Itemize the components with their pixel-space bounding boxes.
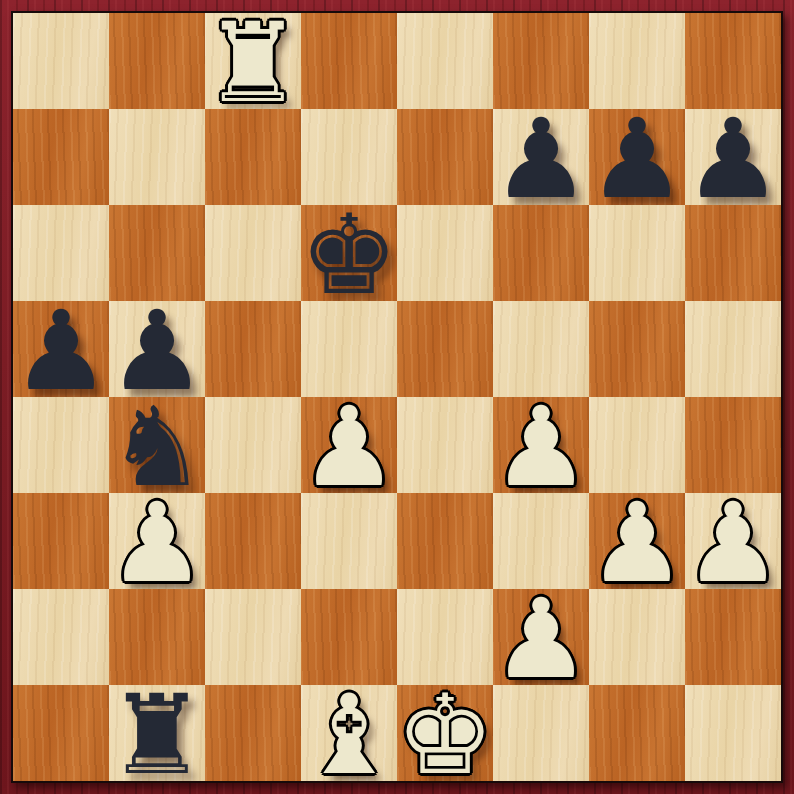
piece-black-pawn: ♟ — [684, 111, 783, 207]
piece-black-rook: ♜ — [108, 687, 207, 783]
square-f5[interactable] — [493, 301, 589, 397]
square-d1[interactable]: ♝ — [301, 685, 397, 781]
square-g1[interactable] — [589, 685, 685, 781]
piece-white-king: ♚ — [396, 687, 495, 783]
square-h8[interactable] — [685, 13, 781, 109]
square-c2[interactable] — [205, 589, 301, 685]
square-h5[interactable] — [685, 301, 781, 397]
square-g6[interactable] — [589, 205, 685, 301]
square-d4[interactable]: ♟ — [301, 397, 397, 493]
square-a4[interactable] — [13, 397, 109, 493]
piece-white-pawn: ♟ — [588, 495, 687, 591]
square-b4[interactable]: ♞ — [109, 397, 205, 493]
square-c3[interactable] — [205, 493, 301, 589]
piece-black-pawn: ♟ — [588, 111, 687, 207]
square-c8[interactable]: ♜ — [205, 13, 301, 109]
square-b6[interactable] — [109, 205, 205, 301]
chess-board: ♜♟♟♟♚♟♟♞♟♟♟♟♟♟♜♝♚ — [11, 11, 783, 783]
square-b3[interactable]: ♟ — [109, 493, 205, 589]
square-e5[interactable] — [397, 301, 493, 397]
square-a2[interactable] — [13, 589, 109, 685]
square-e7[interactable] — [397, 109, 493, 205]
square-e6[interactable] — [397, 205, 493, 301]
square-a5[interactable]: ♟ — [13, 301, 109, 397]
square-e2[interactable] — [397, 589, 493, 685]
piece-white-pawn: ♟ — [108, 495, 207, 591]
square-a7[interactable] — [13, 109, 109, 205]
square-e4[interactable] — [397, 397, 493, 493]
square-f8[interactable] — [493, 13, 589, 109]
square-c7[interactable] — [205, 109, 301, 205]
square-c1[interactable] — [205, 685, 301, 781]
square-b8[interactable] — [109, 13, 205, 109]
piece-white-pawn: ♟ — [684, 495, 783, 591]
square-g8[interactable] — [589, 13, 685, 109]
piece-white-bishop: ♝ — [300, 687, 399, 783]
square-e1[interactable]: ♚ — [397, 685, 493, 781]
square-b5[interactable]: ♟ — [109, 301, 205, 397]
square-e3[interactable] — [397, 493, 493, 589]
square-a3[interactable] — [13, 493, 109, 589]
square-d2[interactable] — [301, 589, 397, 685]
square-d6[interactable]: ♚ — [301, 205, 397, 301]
square-e8[interactable] — [397, 13, 493, 109]
board-frame: ♜♟♟♟♚♟♟♞♟♟♟♟♟♟♜♝♚ — [0, 0, 794, 794]
square-g4[interactable] — [589, 397, 685, 493]
square-f2[interactable]: ♟ — [493, 589, 589, 685]
square-c5[interactable] — [205, 301, 301, 397]
square-a8[interactable] — [13, 13, 109, 109]
square-h4[interactable] — [685, 397, 781, 493]
piece-white-pawn: ♟ — [300, 399, 399, 495]
piece-white-pawn: ♟ — [492, 591, 591, 687]
square-g5[interactable] — [589, 301, 685, 397]
piece-black-pawn: ♟ — [108, 303, 207, 399]
piece-black-king: ♚ — [300, 207, 399, 303]
square-f7[interactable]: ♟ — [493, 109, 589, 205]
piece-white-pawn: ♟ — [492, 399, 591, 495]
square-g2[interactable] — [589, 589, 685, 685]
square-h7[interactable]: ♟ — [685, 109, 781, 205]
square-g3[interactable]: ♟ — [589, 493, 685, 589]
square-d8[interactable] — [301, 13, 397, 109]
piece-black-pawn: ♟ — [492, 111, 591, 207]
piece-black-pawn: ♟ — [12, 303, 111, 399]
square-h1[interactable] — [685, 685, 781, 781]
square-d7[interactable] — [301, 109, 397, 205]
square-c4[interactable] — [205, 397, 301, 493]
square-c6[interactable] — [205, 205, 301, 301]
square-f1[interactable] — [493, 685, 589, 781]
square-b7[interactable] — [109, 109, 205, 205]
square-d3[interactable] — [301, 493, 397, 589]
square-b1[interactable]: ♜ — [109, 685, 205, 781]
square-f4[interactable]: ♟ — [493, 397, 589, 493]
piece-white-rook: ♜ — [204, 15, 303, 111]
square-f6[interactable] — [493, 205, 589, 301]
square-g7[interactable]: ♟ — [589, 109, 685, 205]
square-h6[interactable] — [685, 205, 781, 301]
square-a6[interactable] — [13, 205, 109, 301]
square-d5[interactable] — [301, 301, 397, 397]
square-b2[interactable] — [109, 589, 205, 685]
square-h2[interactable] — [685, 589, 781, 685]
square-a1[interactable] — [13, 685, 109, 781]
square-h3[interactable]: ♟ — [685, 493, 781, 589]
square-f3[interactable] — [493, 493, 589, 589]
piece-black-knight: ♞ — [108, 399, 207, 495]
